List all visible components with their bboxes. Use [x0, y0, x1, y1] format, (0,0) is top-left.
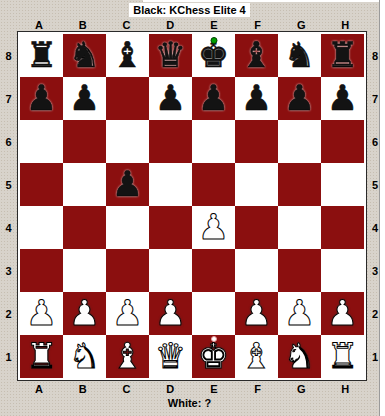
square-g2[interactable]: ♟: [278, 292, 321, 335]
file-label-f: F: [236, 383, 280, 395]
square-c4[interactable]: [106, 206, 149, 249]
square-e7[interactable]: ♟: [192, 77, 235, 120]
square-g5[interactable]: [278, 163, 321, 206]
white-queen[interactable]: ♛: [149, 335, 192, 378]
square-f7[interactable]: ♟: [235, 77, 278, 120]
black-rook[interactable]: ♜: [321, 34, 364, 77]
white-pawn[interactable]: ♟: [192, 206, 235, 249]
chess-window: Black: KChess Elite 4 ABCDEFGH 87654321 …: [0, 0, 385, 416]
square-d7[interactable]: ♟: [149, 77, 192, 120]
black-pawn[interactable]: ♟: [149, 77, 192, 120]
square-d2[interactable]: ♟: [149, 292, 192, 335]
black-rook[interactable]: ♜: [20, 34, 63, 77]
rank-label-7: 7: [367, 77, 383, 120]
white-pawn[interactable]: ♟: [278, 292, 321, 335]
white-bishop[interactable]: ♝: [235, 335, 278, 378]
file-label-h: H: [323, 19, 367, 31]
white-bishop[interactable]: ♝: [106, 335, 149, 378]
white-pawn[interactable]: ♟: [149, 292, 192, 335]
rank-label-2: 2: [367, 292, 383, 335]
file-labels-top: ABCDEFGH: [17, 19, 367, 31]
square-a4[interactable]: [20, 206, 63, 249]
square-a7[interactable]: ♟: [20, 77, 63, 120]
square-d8[interactable]: ♛: [149, 34, 192, 77]
square-d3[interactable]: [149, 249, 192, 292]
square-e5[interactable]: [192, 163, 235, 206]
square-d4[interactable]: [149, 206, 192, 249]
white-pawn[interactable]: ♟: [235, 292, 278, 335]
file-label-f: F: [236, 19, 280, 31]
square-h5[interactable]: [321, 163, 364, 206]
square-f1[interactable]: ♝: [235, 335, 278, 378]
square-f8[interactable]: ♝: [235, 34, 278, 77]
file-label-d: D: [148, 19, 192, 31]
square-g4[interactable]: [278, 206, 321, 249]
white-knight[interactable]: ♞: [278, 335, 321, 378]
square-b8[interactable]: ♞: [63, 34, 106, 77]
black-pawn[interactable]: ♟: [20, 77, 63, 120]
file-labels-bottom: ABCDEFGH: [17, 383, 367, 395]
square-a2[interactable]: ♟: [20, 292, 63, 335]
file-label-g: G: [280, 383, 324, 395]
square-g7[interactable]: ♟: [278, 77, 321, 120]
square-b7[interactable]: ♟: [63, 77, 106, 120]
white-pawn[interactable]: ♟: [106, 292, 149, 335]
file-label-d: D: [148, 383, 192, 395]
square-f3[interactable]: [235, 249, 278, 292]
white-player-label: White: ?: [0, 397, 379, 409]
white-rook[interactable]: ♜: [20, 335, 63, 378]
square-h1[interactable]: ♜: [321, 335, 364, 378]
white-rook[interactable]: ♜: [321, 335, 364, 378]
file-label-g: G: [280, 19, 324, 31]
square-b4[interactable]: [63, 206, 106, 249]
rank-label-1: 1: [367, 335, 383, 378]
square-f4[interactable]: [235, 206, 278, 249]
square-e6[interactable]: [192, 120, 235, 163]
file-label-h: H: [323, 383, 367, 395]
rank-label-6: 6: [0, 120, 17, 163]
square-f5[interactable]: [235, 163, 278, 206]
rank-label-4: 4: [0, 206, 17, 249]
black-bishop[interactable]: ♝: [106, 34, 149, 77]
square-a8[interactable]: ♜: [20, 34, 63, 77]
square-d1[interactable]: ♛: [149, 335, 192, 378]
file-label-b: B: [61, 19, 105, 31]
black-queen[interactable]: ♛: [149, 34, 192, 77]
file-label-c: C: [105, 19, 149, 31]
white-pawn[interactable]: ♟: [20, 292, 63, 335]
square-c8[interactable]: ♝: [106, 34, 149, 77]
white-king-jewel-icon: [211, 336, 217, 342]
rank-label-2: 2: [0, 292, 17, 335]
square-e8[interactable]: ♚: [192, 34, 235, 77]
square-g3[interactable]: [278, 249, 321, 292]
black-knight[interactable]: ♞: [63, 34, 106, 77]
file-label-e: E: [192, 19, 236, 31]
rank-label-8: 8: [367, 34, 383, 77]
rank-label-5: 5: [0, 163, 17, 206]
square-b2[interactable]: ♟: [63, 292, 106, 335]
square-b3[interactable]: [63, 249, 106, 292]
square-c2[interactable]: ♟: [106, 292, 149, 335]
board-frame: ♜♞♝♛♚♝♞♜♟♟♟♟♟♟♟♟♟♟♟♟♟♟♟♟♜♞♝♛♚♝♞♜: [17, 31, 367, 381]
square-f6[interactable]: [235, 120, 278, 163]
rank-labels-right: 87654321: [367, 34, 383, 378]
rank-label-8: 8: [0, 34, 17, 77]
square-h6[interactable]: [321, 120, 364, 163]
square-g1[interactable]: ♞: [278, 335, 321, 378]
square-a5[interactable]: [20, 163, 63, 206]
file-label-c: C: [105, 383, 149, 395]
rank-label-3: 3: [367, 249, 383, 292]
square-g6[interactable]: [278, 120, 321, 163]
black-pawn[interactable]: ♟: [278, 77, 321, 120]
file-label-e: E: [192, 383, 236, 395]
square-g8[interactable]: ♞: [278, 34, 321, 77]
square-h4[interactable]: [321, 206, 364, 249]
square-c7[interactable]: [106, 77, 149, 120]
black-knight[interactable]: ♞: [278, 34, 321, 77]
rank-labels-left: 87654321: [0, 34, 17, 378]
black-pawn[interactable]: ♟: [192, 77, 235, 120]
white-pawn[interactable]: ♟: [321, 292, 364, 335]
file-label-a: A: [17, 383, 61, 395]
square-c3[interactable]: [106, 249, 149, 292]
square-d5[interactable]: [149, 163, 192, 206]
rank-label-6: 6: [367, 120, 383, 163]
black-pawn[interactable]: ♟: [106, 163, 149, 206]
black-pawn[interactable]: ♟: [235, 77, 278, 120]
rank-label-5: 5: [367, 163, 383, 206]
square-a1[interactable]: ♜: [20, 335, 63, 378]
white-pawn[interactable]: ♟: [63, 292, 106, 335]
square-a6[interactable]: [20, 120, 63, 163]
black-pawn[interactable]: ♟: [63, 77, 106, 120]
black-king-jewel-icon: [210, 37, 217, 44]
square-e4[interactable]: ♟: [192, 206, 235, 249]
black-bishop[interactable]: ♝: [235, 34, 278, 77]
square-h8[interactable]: ♜: [321, 34, 364, 77]
square-e2[interactable]: [192, 292, 235, 335]
rank-label-1: 1: [0, 335, 17, 378]
square-h3[interactable]: [321, 249, 364, 292]
file-label-b: B: [61, 383, 105, 395]
square-e3[interactable]: [192, 249, 235, 292]
square-c5[interactable]: ♟: [106, 163, 149, 206]
black-pawn[interactable]: ♟: [321, 77, 364, 120]
square-h2[interactable]: ♟: [321, 292, 364, 335]
square-c1[interactable]: ♝: [106, 335, 149, 378]
black-player-row: Black: KChess Elite 4: [0, 0, 379, 18]
square-c6[interactable]: [106, 120, 149, 163]
square-b6[interactable]: [63, 120, 106, 163]
square-e1[interactable]: ♚: [192, 335, 235, 378]
square-b5[interactable]: [63, 163, 106, 206]
chess-board[interactable]: ♜♞♝♛♚♝♞♜♟♟♟♟♟♟♟♟♟♟♟♟♟♟♟♟♜♞♝♛♚♝♞♜: [20, 34, 364, 378]
file-label-a: A: [17, 19, 61, 31]
square-h7[interactable]: ♟: [321, 77, 364, 120]
square-d6[interactable]: [149, 120, 192, 163]
square-b1[interactable]: ♞: [63, 335, 106, 378]
black-player-label: Black: KChess Elite 4: [129, 3, 250, 17]
rank-label-7: 7: [0, 77, 17, 120]
rank-label-3: 3: [0, 249, 17, 292]
white-knight[interactable]: ♞: [63, 335, 106, 378]
rank-label-4: 4: [367, 206, 383, 249]
square-f2[interactable]: ♟: [235, 292, 278, 335]
square-a3[interactable]: [20, 249, 63, 292]
